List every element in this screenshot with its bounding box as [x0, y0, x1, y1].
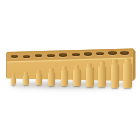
cylinder-6[interactable] — [73, 65, 80, 87]
scene — [0, 0, 140, 140]
cylinder-row — [0, 0, 140, 140]
cylinder-body — [11, 77, 17, 85]
cylinder-body — [111, 64, 120, 88]
cylinder-5[interactable] — [61, 66, 68, 86]
cylinder-body — [48, 72, 55, 86]
cylinder-3[interactable] — [36, 70, 42, 85]
cylinder-body — [36, 73, 42, 85]
cylinder-8[interactable] — [98, 61, 106, 87]
cylinder-1[interactable] — [11, 74, 17, 85]
cylinder-10[interactable] — [123, 58, 132, 89]
cylinder-knob — [100, 61, 105, 66]
cylinder-body — [73, 69, 80, 87]
cylinder-body — [123, 63, 132, 89]
cylinder-9[interactable] — [111, 59, 120, 87]
cylinder-7[interactable] — [86, 63, 94, 87]
cylinder-knob — [125, 58, 131, 63]
cylinder-4[interactable] — [48, 68, 55, 86]
cylinder-body — [98, 66, 106, 88]
cylinder-body — [86, 67, 94, 87]
cylinder-2[interactable] — [23, 72, 29, 85]
cylinder-body — [61, 70, 68, 86]
cylinder-body — [23, 75, 29, 85]
